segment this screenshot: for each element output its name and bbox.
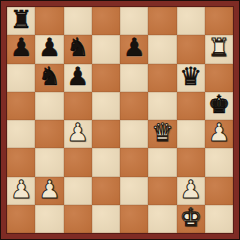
black-knight: ♞ [66,35,88,62]
white-pawn: ♟ [179,177,201,204]
square-h5[interactable]: ♚ [205,92,233,120]
square-h2[interactable] [205,177,233,205]
white-pawn: ♟ [38,177,60,204]
square-g5[interactable] [177,92,205,120]
square-e1[interactable] [120,205,148,233]
square-a2[interactable]: ♟ [7,177,35,205]
square-f8[interactable] [148,7,176,35]
square-e5[interactable] [120,92,148,120]
square-a8[interactable]: ♜ [7,7,35,35]
square-g8[interactable] [177,7,205,35]
black-pawn: ♟ [123,35,145,62]
square-a1[interactable] [7,205,35,233]
square-f6[interactable] [148,64,176,92]
square-d4[interactable] [92,120,120,148]
square-g6[interactable]: ♛ [177,64,205,92]
square-f2[interactable] [148,177,176,205]
square-e7[interactable]: ♟ [120,35,148,63]
square-g3[interactable] [177,148,205,176]
square-b3[interactable] [35,148,63,176]
square-h1[interactable] [205,205,233,233]
square-g2[interactable]: ♟ [177,177,205,205]
square-a6[interactable] [7,64,35,92]
black-king: ♚ [208,92,230,119]
square-b8[interactable] [35,7,63,35]
square-f7[interactable] [148,35,176,63]
square-c2[interactable] [64,177,92,205]
white-queen: ♛ [151,120,173,147]
square-e3[interactable] [120,148,148,176]
chess-board-frame: ♜♟♟♞♟♜♞♟♛♚♟♛♟♟♟♟♚ [0,0,240,240]
square-g4[interactable] [177,120,205,148]
white-pawn: ♟ [66,120,88,147]
white-pawn: ♟ [10,177,32,204]
square-h6[interactable] [205,64,233,92]
square-d1[interactable] [92,205,120,233]
black-pawn: ♟ [38,35,60,62]
square-b4[interactable] [35,120,63,148]
square-h7[interactable]: ♜ [205,35,233,63]
square-e6[interactable] [120,64,148,92]
square-c7[interactable]: ♞ [64,35,92,63]
square-c8[interactable] [64,7,92,35]
square-b2[interactable]: ♟ [35,177,63,205]
square-d6[interactable] [92,64,120,92]
square-h8[interactable] [205,7,233,35]
square-d5[interactable] [92,92,120,120]
chess-board: ♜♟♟♞♟♜♞♟♛♚♟♛♟♟♟♟♚ [7,7,233,233]
square-e4[interactable] [120,120,148,148]
square-b1[interactable] [35,205,63,233]
square-b6[interactable]: ♞ [35,64,63,92]
square-c6[interactable]: ♟ [64,64,92,92]
square-f5[interactable] [148,92,176,120]
black-pawn: ♟ [10,35,32,62]
square-e8[interactable] [120,7,148,35]
black-queen: ♛ [179,64,201,91]
square-a3[interactable] [7,148,35,176]
square-e2[interactable] [120,177,148,205]
square-d3[interactable] [92,148,120,176]
white-rook: ♜ [208,35,230,62]
square-a4[interactable] [7,120,35,148]
square-a5[interactable] [7,92,35,120]
black-rook: ♜ [10,7,32,34]
square-f3[interactable] [148,148,176,176]
square-c1[interactable] [64,205,92,233]
square-c4[interactable]: ♟ [64,120,92,148]
square-a7[interactable]: ♟ [7,35,35,63]
black-pawn: ♟ [66,64,88,91]
square-g7[interactable] [177,35,205,63]
square-h4[interactable]: ♟ [205,120,233,148]
square-b5[interactable] [35,92,63,120]
white-king: ♚ [179,205,201,232]
square-f4[interactable]: ♛ [148,120,176,148]
white-pawn: ♟ [208,120,230,147]
square-g1[interactable]: ♚ [177,205,205,233]
square-b7[interactable]: ♟ [35,35,63,63]
square-d7[interactable] [92,35,120,63]
square-h3[interactable] [205,148,233,176]
black-knight: ♞ [38,64,60,91]
square-c3[interactable] [64,148,92,176]
square-d2[interactable] [92,177,120,205]
square-c5[interactable] [64,92,92,120]
square-d8[interactable] [92,7,120,35]
square-f1[interactable] [148,205,176,233]
